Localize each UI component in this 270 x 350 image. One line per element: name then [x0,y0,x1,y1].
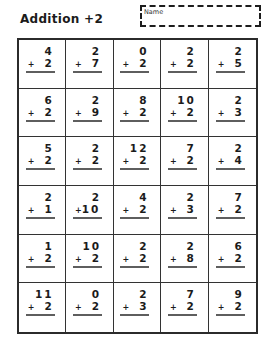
bottom-addend: 2 [234,252,241,265]
problem-cell: 1+2 [19,235,66,284]
bottom-addend: 7 [92,57,99,70]
problem-cell: 0+2 [66,283,113,332]
bottom-addend: 3 [139,300,146,313]
addition-problem: 2+7 [73,45,102,73]
name-field-label: Name [144,8,163,16]
problem-cell: 10+2 [161,89,208,138]
problem-cell: 2+3 [209,89,256,138]
bottom-addend: 10 [82,203,101,216]
plus-sign: + [218,156,225,167]
bottom-row-with-answer-line: +2 [168,107,197,122]
addition-problem: 4+2 [26,45,55,73]
bottom-row-with-answer-line: +8 [168,253,197,268]
bottom-addend: 2 [139,106,146,119]
bottom-addend: 2 [44,57,51,70]
plus-sign: + [28,108,35,119]
worksheet-page: Addition +2 Name 4+22+70+22+22+56+22+98+… [0,0,270,350]
addition-problem: 12+2 [120,142,149,170]
problem-cell: 7+2 [161,137,208,186]
problem-cell: 7+2 [161,283,208,332]
problem-cell: 12+2 [114,137,161,186]
bottom-addend: 1 [44,203,51,216]
bottom-addend: 5 [234,57,241,70]
problem-cell: 2+8 [161,235,208,284]
addition-problem: 6+2 [26,94,55,122]
addition-problem: 10+2 [73,240,102,268]
problem-cell: 4+2 [114,186,161,235]
plus-sign: + [75,254,82,265]
problem-cell: 8+2 [114,89,161,138]
problem-cell: 2+5 [209,40,256,89]
name-field: Name [140,5,261,27]
problem-cell: 2+3 [161,186,208,235]
plus-sign: + [218,205,225,216]
addition-problem: 2+4 [216,142,245,170]
addition-problem: 2+2 [120,240,149,268]
problem-cell: 2+2 [66,137,113,186]
bottom-addend: 2 [139,252,146,265]
bottom-addend: 4 [234,154,241,167]
addition-problem: 0+2 [120,45,149,73]
bottom-row-with-answer-line: +7 [73,58,102,73]
plus-sign: + [122,302,129,313]
bottom-row-with-answer-line: +2 [73,155,102,170]
problem-cell: 2+4 [209,137,256,186]
addition-problem: 7+2 [216,191,245,219]
addition-problem: 2+8 [168,240,197,268]
plus-sign: + [28,302,35,313]
bottom-row-with-answer-line: +2 [168,155,197,170]
plus-sign: + [28,156,35,167]
bottom-row-with-answer-line: +3 [216,107,245,122]
bottom-addend: 2 [187,154,194,167]
bottom-addend: 2 [187,57,194,70]
bottom-row-with-answer-line: +2 [216,204,245,219]
problem-cell: 0+2 [114,40,161,89]
worksheet-title: Addition +2 [20,12,103,26]
bottom-addend: 2 [92,154,99,167]
problem-cell: 2+7 [66,40,113,89]
addition-problem: 4+2 [120,191,149,219]
problem-cell: 2+3 [114,283,161,332]
plus-sign: + [28,254,35,265]
problem-cell: 2+10 [66,186,113,235]
problem-cell: 4+2 [19,40,66,89]
plus-sign: + [170,156,177,167]
bottom-addend: 2 [139,203,146,216]
plus-sign: + [75,59,82,70]
problem-cell: 2+2 [161,40,208,89]
plus-sign: + [218,108,225,119]
bottom-addend: 2 [44,300,51,313]
bottom-addend: 9 [92,106,99,119]
addition-problem: 7+2 [168,288,197,316]
bottom-row-with-answer-line: +9 [73,107,102,122]
problem-cell: 5+2 [19,137,66,186]
addition-problem: 9+2 [216,288,245,316]
bottom-addend: 2 [44,106,51,119]
bottom-row-with-answer-line: +2 [120,107,149,122]
problems-grid: 4+22+70+22+22+56+22+98+210+22+35+22+212+… [17,38,258,334]
bottom-row-with-answer-line: +2 [168,58,197,73]
problem-cell: 10+2 [66,235,113,284]
bottom-row-with-answer-line: +2 [120,58,149,73]
bottom-addend: 3 [234,106,241,119]
bottom-addend: 2 [92,252,99,265]
bottom-addend: 2 [44,154,51,167]
bottom-addend: 3 [187,203,194,216]
addition-problem: 2+3 [120,288,149,316]
bottom-row-with-answer-line: +3 [120,301,149,316]
plus-sign: + [75,302,82,313]
addition-problem: 7+2 [168,142,197,170]
bottom-row-with-answer-line: +2 [120,155,149,170]
addition-problem: 2+2 [168,45,197,73]
bottom-row-with-answer-line: +1 [26,204,55,219]
addition-problem: 6+2 [216,240,245,268]
addition-problem: 2+2 [73,142,102,170]
bottom-row-with-answer-line: +2 [26,301,55,316]
problem-cell: 2+1 [19,186,66,235]
bottom-addend: 2 [187,300,194,313]
bottom-row-with-answer-line: +2 [216,301,245,316]
plus-sign: + [170,302,177,313]
plus-sign: + [122,205,129,216]
plus-sign: + [218,59,225,70]
bottom-addend: 2 [187,106,194,119]
bottom-row-with-answer-line: +2 [168,301,197,316]
plus-sign: + [122,108,129,119]
bottom-addend: 2 [234,203,241,216]
problem-cell: 7+2 [209,186,256,235]
bottom-row-with-answer-line: +2 [120,204,149,219]
addition-problem: 1+2 [26,240,55,268]
bottom-row-with-answer-line: +2 [26,107,55,122]
bottom-row-with-answer-line: +2 [26,155,55,170]
bottom-addend: 8 [187,252,194,265]
bottom-row-with-answer-line: +2 [120,253,149,268]
addition-problem: 2+1 [26,191,55,219]
addition-problem: 2+3 [216,94,245,122]
bottom-row-with-answer-line: +2 [73,253,102,268]
bottom-row-with-answer-line: +10 [73,204,102,219]
bottom-row-with-answer-line: +5 [216,58,245,73]
plus-sign: + [122,156,129,167]
addition-problem: 11+2 [26,288,55,316]
addition-problem: 10+2 [168,94,197,122]
plus-sign: + [218,254,225,265]
addition-problem: 0+2 [73,288,102,316]
addition-problem: 2+10 [73,191,102,219]
plus-sign: + [75,108,82,119]
bottom-addend: 2 [234,300,241,313]
plus-sign: + [75,205,82,216]
bottom-row-with-answer-line: +2 [216,253,245,268]
bottom-addend: 2 [92,300,99,313]
plus-sign: + [170,205,177,216]
addition-problem: 2+3 [168,191,197,219]
problem-cell: 6+2 [209,235,256,284]
bottom-row-with-answer-line: +2 [26,253,55,268]
plus-sign: + [28,59,35,70]
plus-sign: + [170,254,177,265]
addition-problem: 5+2 [26,142,55,170]
bottom-row-with-answer-line: +2 [73,301,102,316]
plus-sign: + [170,108,177,119]
addition-problem: 8+2 [120,94,149,122]
bottom-row-with-answer-line: +4 [216,155,245,170]
addition-problem: 2+9 [73,94,102,122]
plus-sign: + [28,205,35,216]
problem-cell: 11+2 [19,283,66,332]
bottom-row-with-answer-line: +2 [26,58,55,73]
plus-sign: + [122,59,129,70]
problem-cell: 9+2 [209,283,256,332]
bottom-row-with-answer-line: +3 [168,204,197,219]
plus-sign: + [75,156,82,167]
problem-cell: 6+2 [19,89,66,138]
plus-sign: + [122,254,129,265]
problem-cell: 2+9 [66,89,113,138]
addition-problem: 2+5 [216,45,245,73]
bottom-addend: 2 [139,57,146,70]
plus-sign: + [218,302,225,313]
bottom-addend: 2 [44,252,51,265]
bottom-addend: 2 [139,154,146,167]
problem-cell: 2+2 [114,235,161,284]
plus-sign: + [170,59,177,70]
